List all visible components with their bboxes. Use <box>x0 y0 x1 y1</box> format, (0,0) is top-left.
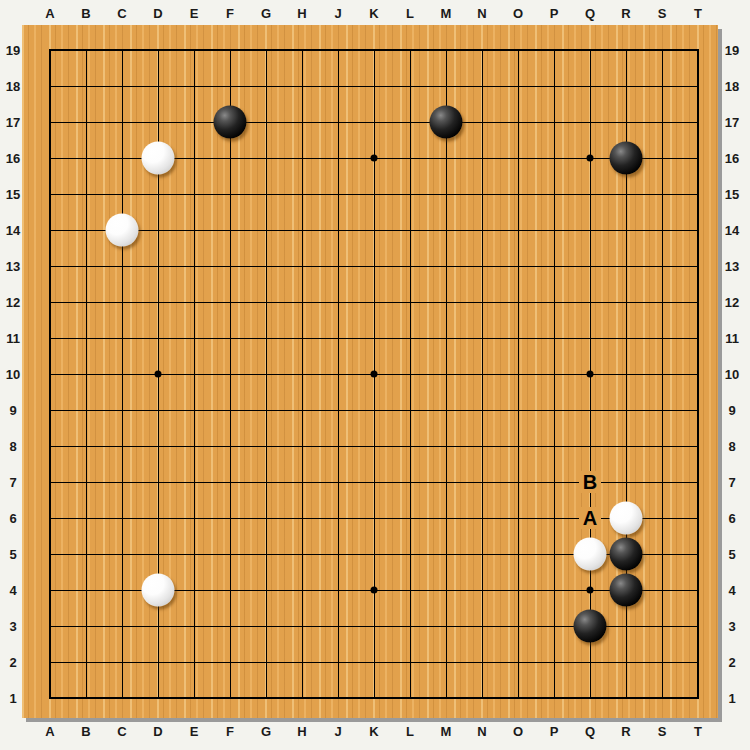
grid-line-horizontal <box>49 697 699 699</box>
coord-label-right-8: 8 <box>728 439 735 454</box>
coord-label-top-d: D <box>153 6 162 21</box>
coord-label-left-18: 18 <box>6 79 20 94</box>
star-point-k16 <box>371 155 378 162</box>
coord-label-top-k: K <box>369 6 378 21</box>
coord-label-top-h: H <box>297 6 306 21</box>
coord-label-right-4: 4 <box>728 583 735 598</box>
stone-black-r16[interactable] <box>610 142 643 175</box>
coord-label-top-q: Q <box>585 6 595 21</box>
coord-label-top-a: A <box>45 6 54 21</box>
coord-label-bottom-n: N <box>477 724 486 739</box>
stone-white-d4[interactable] <box>142 574 175 607</box>
coord-label-left-4: 4 <box>9 583 16 598</box>
coord-label-bottom-e: E <box>190 724 199 739</box>
coord-label-left-11: 11 <box>6 331 20 346</box>
coord-label-bottom-l: L <box>406 724 414 739</box>
coord-label-top-b: B <box>81 6 90 21</box>
coord-label-right-10: 10 <box>725 367 739 382</box>
coord-label-left-5: 5 <box>9 547 16 562</box>
coord-label-bottom-h: H <box>297 724 306 739</box>
stone-white-q5[interactable] <box>574 538 607 571</box>
go-board[interactable]: AABBCCDDEEFFGGHHJJKKLLMMNNOOPPQQRRSSTT19… <box>0 0 750 750</box>
coord-label-bottom-f: F <box>226 724 234 739</box>
coord-label-bottom-b: B <box>81 724 90 739</box>
grid-line-vertical <box>410 49 411 699</box>
coord-label-right-11: 11 <box>725 331 739 346</box>
grid-line-vertical <box>518 49 519 699</box>
coord-label-right-15: 15 <box>725 187 739 202</box>
move-label-b[interactable]: B <box>579 471 601 493</box>
coord-label-top-s: S <box>658 6 667 21</box>
coord-label-left-3: 3 <box>9 619 16 634</box>
coord-label-bottom-o: O <box>513 724 523 739</box>
coord-label-left-1: 1 <box>9 691 16 706</box>
coord-label-top-m: M <box>441 6 452 21</box>
coord-label-top-o: O <box>513 6 523 21</box>
grid-line-vertical <box>446 49 447 699</box>
coord-label-left-16: 16 <box>6 151 20 166</box>
grid-line-vertical <box>554 49 555 699</box>
coord-label-right-18: 18 <box>725 79 739 94</box>
coord-label-bottom-p: P <box>550 724 559 739</box>
stone-black-f17[interactable] <box>214 106 247 139</box>
coord-label-left-7: 7 <box>9 475 16 490</box>
stone-black-q3[interactable] <box>574 610 607 643</box>
coord-label-bottom-d: D <box>153 724 162 739</box>
coord-label-bottom-r: R <box>621 724 630 739</box>
grid-line-horizontal <box>49 446 699 447</box>
coord-label-right-12: 12 <box>725 295 739 310</box>
grid-line-horizontal <box>49 518 699 519</box>
coord-label-bottom-t: T <box>694 724 702 739</box>
coord-label-left-2: 2 <box>9 655 16 670</box>
coord-label-top-l: L <box>406 6 414 21</box>
coord-label-bottom-s: S <box>658 724 667 739</box>
coord-label-top-p: P <box>550 6 559 21</box>
coord-label-bottom-a: A <box>45 724 54 739</box>
coord-label-top-r: R <box>621 6 630 21</box>
star-point-d10 <box>155 371 162 378</box>
coord-label-top-f: F <box>226 6 234 21</box>
coord-label-right-9: 9 <box>728 403 735 418</box>
grid-line-horizontal <box>49 482 699 483</box>
coord-label-right-17: 17 <box>725 115 739 130</box>
grid-line-horizontal <box>49 662 699 663</box>
star-point-k4 <box>371 587 378 594</box>
coord-label-left-15: 15 <box>6 187 20 202</box>
coord-label-top-e: E <box>190 6 199 21</box>
grid-line-vertical <box>697 49 699 699</box>
coord-label-right-16: 16 <box>725 151 739 166</box>
coord-label-right-2: 2 <box>728 655 735 670</box>
grid-line-vertical <box>482 49 483 699</box>
coord-label-left-6: 6 <box>9 511 16 526</box>
star-point-q10 <box>587 371 594 378</box>
coord-label-left-8: 8 <box>9 439 16 454</box>
coord-label-top-g: G <box>261 6 271 21</box>
coord-label-right-19: 19 <box>725 43 739 58</box>
coord-label-right-6: 6 <box>728 511 735 526</box>
coord-label-left-17: 17 <box>6 115 20 130</box>
stone-white-c14[interactable] <box>106 214 139 247</box>
star-point-k10 <box>371 371 378 378</box>
coord-label-left-10: 10 <box>6 367 20 382</box>
coord-label-right-13: 13 <box>725 259 739 274</box>
move-label-a[interactable]: A <box>579 507 601 529</box>
coord-label-right-3: 3 <box>728 619 735 634</box>
stone-black-r4[interactable] <box>610 574 643 607</box>
coord-label-left-13: 13 <box>6 259 20 274</box>
coord-label-left-9: 9 <box>9 403 16 418</box>
coord-label-left-14: 14 <box>6 223 20 238</box>
coord-label-bottom-j: J <box>334 724 341 739</box>
grid-line-horizontal <box>49 410 699 411</box>
coord-label-left-12: 12 <box>6 295 20 310</box>
coord-label-right-7: 7 <box>728 475 735 490</box>
stone-black-m17[interactable] <box>430 106 463 139</box>
star-point-q4 <box>587 587 594 594</box>
coord-label-bottom-q: Q <box>585 724 595 739</box>
stone-black-r5[interactable] <box>610 538 643 571</box>
coord-label-bottom-m: M <box>441 724 452 739</box>
coord-label-left-19: 19 <box>6 43 20 58</box>
stone-white-r6[interactable] <box>610 502 643 535</box>
coord-label-top-c: C <box>117 6 126 21</box>
stone-white-d16[interactable] <box>142 142 175 175</box>
grid-line-vertical <box>662 49 663 699</box>
coord-label-top-t: T <box>694 6 702 21</box>
coord-label-right-5: 5 <box>728 547 735 562</box>
coord-label-bottom-g: G <box>261 724 271 739</box>
coord-label-right-1: 1 <box>728 691 735 706</box>
coord-label-bottom-c: C <box>117 724 126 739</box>
star-point-q16 <box>587 155 594 162</box>
coord-label-top-n: N <box>477 6 486 21</box>
coord-label-top-j: J <box>334 6 341 21</box>
coord-label-right-14: 14 <box>725 223 739 238</box>
coord-label-bottom-k: K <box>369 724 378 739</box>
